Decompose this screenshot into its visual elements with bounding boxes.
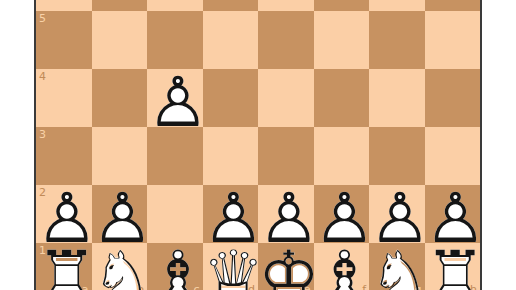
square-f2[interactable]: ♟♙ bbox=[314, 185, 370, 243]
square-e1[interactable]: e♚♔ bbox=[258, 243, 314, 290]
white-king-fill-glyph: ♚ bbox=[258, 242, 314, 290]
white-knight[interactable]: ♞♘ bbox=[369, 243, 425, 290]
white-knight-outline-glyph: ♘ bbox=[369, 242, 425, 290]
white-bishop-outline-glyph: ♗ bbox=[314, 242, 370, 290]
white-knight-fill-glyph: ♞ bbox=[92, 242, 148, 290]
white-bishop-fill-glyph: ♝ bbox=[147, 242, 203, 290]
square-a2[interactable]: 2♟♙ bbox=[36, 185, 92, 243]
white-pawn[interactable]: ♟♙ bbox=[147, 69, 203, 127]
square-h1[interactable]: h♜♖ bbox=[425, 243, 481, 290]
square-e2[interactable]: ♟♙ bbox=[258, 185, 314, 243]
square-d3[interactable] bbox=[203, 127, 259, 185]
square-c1[interactable]: c♝♗ bbox=[147, 243, 203, 290]
square-e6[interactable] bbox=[258, 0, 314, 11]
square-f1[interactable]: f♝♗ bbox=[314, 243, 370, 290]
square-a6[interactable]: 6 bbox=[36, 0, 92, 11]
square-g3[interactable] bbox=[369, 127, 425, 185]
white-bishop-fill-glyph: ♝ bbox=[314, 242, 370, 290]
square-f6[interactable] bbox=[314, 0, 370, 11]
square-c2[interactable] bbox=[147, 185, 203, 243]
square-d6[interactable] bbox=[203, 0, 259, 11]
white-queen[interactable]: ♛♕ bbox=[203, 243, 259, 290]
square-e3[interactable] bbox=[258, 127, 314, 185]
square-a3[interactable]: 3 bbox=[36, 127, 92, 185]
white-knight[interactable]: ♞♘ bbox=[92, 243, 148, 290]
white-king[interactable]: ♚♔ bbox=[258, 243, 314, 290]
white-queen-fill-glyph: ♛ bbox=[203, 242, 259, 290]
square-g4[interactable] bbox=[369, 69, 425, 127]
square-h5[interactable] bbox=[425, 11, 481, 69]
square-a4[interactable]: 4 bbox=[36, 69, 92, 127]
square-c4[interactable]: ♟♙ bbox=[147, 69, 203, 127]
square-c6[interactable] bbox=[147, 0, 203, 11]
rank-coordinate-5: 5 bbox=[39, 13, 46, 24]
white-knight-outline-glyph: ♘ bbox=[92, 242, 148, 290]
white-rook-fill-glyph: ♜ bbox=[425, 242, 481, 290]
square-f3[interactable] bbox=[314, 127, 370, 185]
board-viewport: 654♟♙32♟♙♟♙♟♙♟♙♟♙♟♙♟♙1a♜♖b♞♘c♝♗d♛♕e♚♔f♝♗… bbox=[0, 0, 516, 290]
square-g5[interactable] bbox=[369, 11, 425, 69]
square-c3[interactable] bbox=[147, 127, 203, 185]
square-c5[interactable] bbox=[147, 11, 203, 69]
white-rook[interactable]: ♜♖ bbox=[425, 243, 481, 290]
square-b5[interactable] bbox=[92, 11, 148, 69]
square-a1[interactable]: 1a♜♖ bbox=[36, 243, 92, 290]
square-g6[interactable] bbox=[369, 0, 425, 11]
white-pawn[interactable]: ♟♙ bbox=[36, 185, 92, 243]
square-d5[interactable] bbox=[203, 11, 259, 69]
square-g2[interactable]: ♟♙ bbox=[369, 185, 425, 243]
square-d1[interactable]: d♛♕ bbox=[203, 243, 259, 290]
square-e5[interactable] bbox=[258, 11, 314, 69]
white-rook-outline-glyph: ♖ bbox=[36, 242, 92, 290]
square-e4[interactable] bbox=[258, 69, 314, 127]
white-pawn[interactable]: ♟♙ bbox=[92, 185, 148, 243]
square-h4[interactable] bbox=[425, 69, 481, 127]
white-rook-outline-glyph: ♖ bbox=[425, 242, 481, 290]
chess-board: 654♟♙32♟♙♟♙♟♙♟♙♟♙♟♙♟♙1a♜♖b♞♘c♝♗d♛♕e♚♔f♝♗… bbox=[34, 0, 482, 290]
rank-coordinate-3: 3 bbox=[39, 129, 46, 140]
white-pawn[interactable]: ♟♙ bbox=[425, 185, 481, 243]
white-pawn[interactable]: ♟♙ bbox=[369, 185, 425, 243]
square-g1[interactable]: g♞♘ bbox=[369, 243, 425, 290]
white-bishop[interactable]: ♝♗ bbox=[147, 243, 203, 290]
square-f4[interactable] bbox=[314, 69, 370, 127]
white-king-outline-glyph: ♔ bbox=[258, 242, 314, 290]
square-a5[interactable]: 5 bbox=[36, 11, 92, 69]
white-pawn[interactable]: ♟♙ bbox=[258, 185, 314, 243]
square-h6[interactable] bbox=[425, 0, 481, 11]
square-b2[interactable]: ♟♙ bbox=[92, 185, 148, 243]
square-b4[interactable] bbox=[92, 69, 148, 127]
square-d4[interactable] bbox=[203, 69, 259, 127]
white-bishop[interactable]: ♝♗ bbox=[314, 243, 370, 290]
rank-coordinate-4: 4 bbox=[39, 71, 46, 82]
square-h2[interactable]: ♟♙ bbox=[425, 185, 481, 243]
square-b6[interactable] bbox=[92, 0, 148, 11]
white-pawn[interactable]: ♟♙ bbox=[203, 185, 259, 243]
square-b1[interactable]: b♞♘ bbox=[92, 243, 148, 290]
square-b3[interactable] bbox=[92, 127, 148, 185]
square-h3[interactable] bbox=[425, 127, 481, 185]
white-rook-fill-glyph: ♜ bbox=[36, 242, 92, 290]
white-rook[interactable]: ♜♖ bbox=[36, 243, 92, 290]
white-bishop-outline-glyph: ♗ bbox=[147, 242, 203, 290]
square-f5[interactable] bbox=[314, 11, 370, 69]
white-knight-fill-glyph: ♞ bbox=[369, 242, 425, 290]
white-pawn[interactable]: ♟♙ bbox=[314, 185, 370, 243]
square-d2[interactable]: ♟♙ bbox=[203, 185, 259, 243]
white-queen-outline-glyph: ♕ bbox=[203, 242, 259, 290]
